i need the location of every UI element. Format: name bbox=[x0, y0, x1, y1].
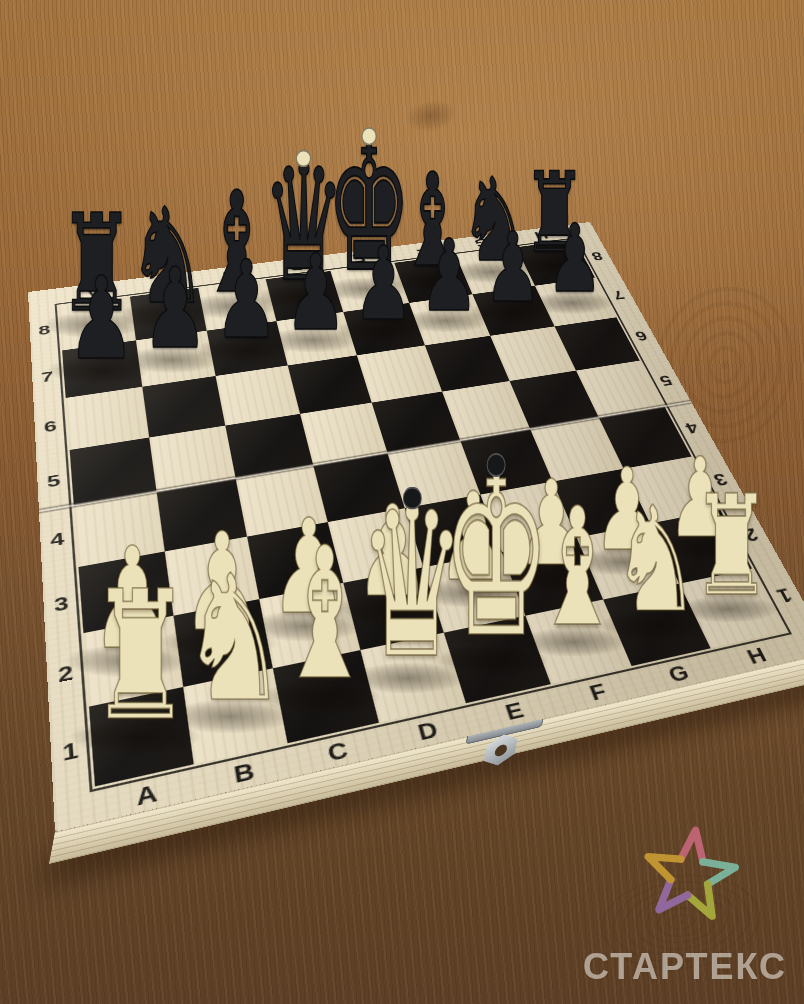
latch-hole bbox=[494, 743, 508, 757]
rank-label-5-right: 5 bbox=[657, 373, 675, 388]
file-label-e-near: E bbox=[502, 697, 526, 722]
square-b1 bbox=[183, 668, 288, 765]
file-label-h-far: H bbox=[532, 230, 550, 242]
file-label-a-far: A bbox=[85, 285, 101, 299]
rank-label-2-left: 2 bbox=[57, 661, 73, 685]
file-label-c-far: C bbox=[222, 268, 239, 281]
rank-label-4-left: 4 bbox=[50, 529, 65, 549]
product-photo-chess-set: { "game": "chess", "position": "rnbqkbnr… bbox=[0, 0, 804, 1004]
rank-label-4-right: 4 bbox=[683, 420, 702, 436]
file-label-h-near: H bbox=[743, 643, 769, 666]
file-label-b-near: B bbox=[232, 758, 256, 786]
file-label-g-far: G bbox=[473, 237, 491, 249]
rank-label-6-left: 6 bbox=[43, 417, 57, 434]
rank-label-7-right: 7 bbox=[611, 289, 627, 302]
rank-label-1-left: 1 bbox=[62, 737, 79, 764]
wood-grain-swirl bbox=[591, 863, 771, 980]
wood-knot bbox=[395, 91, 467, 142]
rank-label-6-right: 6 bbox=[633, 329, 650, 343]
rank-label-7-left: 7 bbox=[41, 368, 54, 384]
file-label-d-far: D bbox=[287, 260, 304, 273]
file-label-f-near: F bbox=[586, 679, 609, 703]
rank-label-8-right: 8 bbox=[590, 250, 605, 262]
file-label-f-far: F bbox=[414, 244, 429, 256]
rank-label-1-right: 1 bbox=[774, 585, 796, 606]
rank-label-2-right: 2 bbox=[741, 526, 762, 545]
file-label-d-near: D bbox=[415, 717, 440, 744]
rank-label-5-left: 5 bbox=[46, 471, 60, 489]
file-label-a-near: A bbox=[135, 779, 158, 808]
file-label-b-far: B bbox=[155, 276, 171, 290]
rank-label-3-left: 3 bbox=[53, 592, 69, 614]
file-label-e-far: E bbox=[351, 252, 367, 265]
rank-label-3-right: 3 bbox=[711, 471, 730, 489]
rank-label-8-left: 8 bbox=[38, 322, 51, 336]
file-label-g-near: G bbox=[665, 660, 692, 684]
file-label-c-near: C bbox=[325, 737, 349, 764]
